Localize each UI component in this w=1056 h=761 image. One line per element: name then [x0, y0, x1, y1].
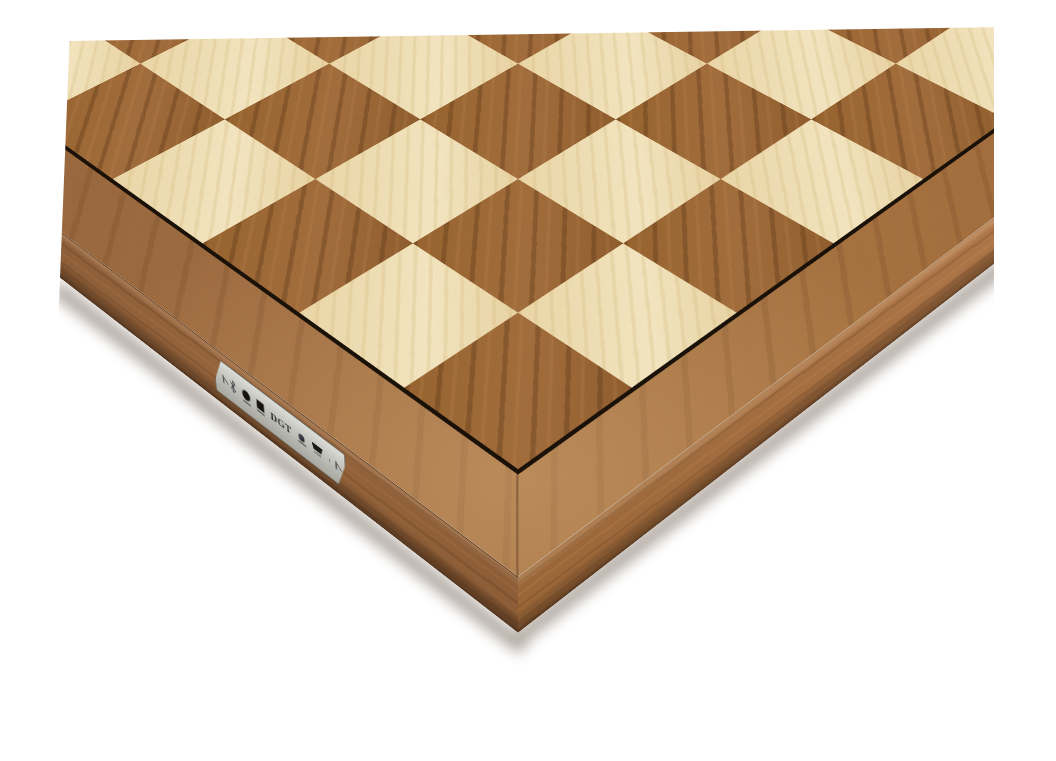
- square: [413, 179, 623, 313]
- square: [315, 119, 518, 243]
- square: [299, 243, 518, 387]
- chess-board: DGT USB: [0, 0, 1056, 577]
- perspective-container: DGT USB: [0, 0, 1056, 538]
- playing-area: [0, 0, 1056, 475]
- screw-icon: [335, 460, 337, 470]
- usb-port: USB: [311, 441, 323, 460]
- square: [518, 119, 721, 243]
- square: [420, 64, 615, 179]
- product-photo-scene: DGT USB: [0, 0, 1056, 761]
- square: [518, 243, 737, 387]
- photo-crop-mask-right: [994, 0, 1056, 761]
- square: [623, 179, 833, 313]
- square-port: [256, 398, 265, 417]
- square: [404, 313, 632, 469]
- square: [616, 64, 811, 179]
- square: [811, 64, 1006, 179]
- round-port: [242, 387, 252, 407]
- board-top-face: [0, 0, 1056, 577]
- square: [113, 119, 316, 243]
- square: [721, 119, 924, 243]
- dgt-logo: DGT: [270, 410, 292, 437]
- bluetooth-icon: [230, 378, 237, 395]
- screw-icon: [222, 374, 224, 384]
- square: [203, 179, 413, 313]
- frame-miter-seam: [517, 469, 518, 577]
- square: [225, 64, 420, 179]
- status-led: [297, 431, 306, 447]
